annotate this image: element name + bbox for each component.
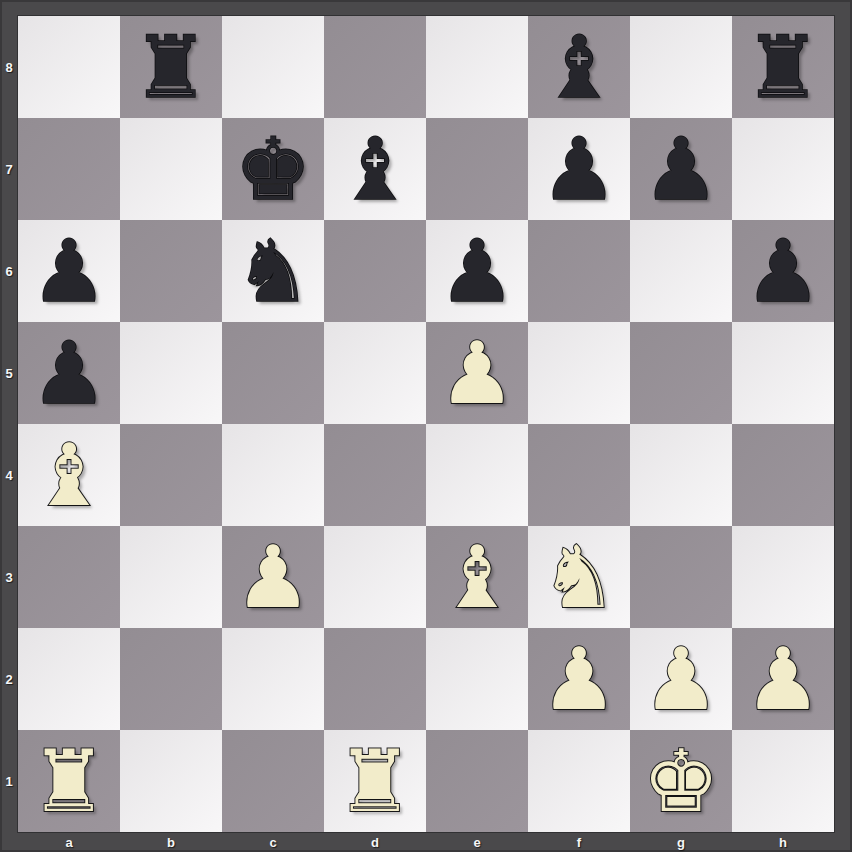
piece-black-rook[interactable]: ♜	[744, 16, 821, 118]
rank-label-3: 3	[0, 526, 18, 628]
file-label-g: g	[630, 832, 732, 852]
piece-white-pawn[interactable]: ♟	[540, 628, 617, 730]
piece-white-bishop[interactable]: ♝	[30, 424, 107, 526]
piece-black-bishop[interactable]: ♝	[540, 16, 617, 118]
square-f4[interactable]	[528, 424, 630, 526]
square-d7[interactable]: ♝	[324, 118, 426, 220]
square-g8[interactable]	[630, 16, 732, 118]
file-label-c: c	[222, 832, 324, 852]
square-c6[interactable]: ♞	[222, 220, 324, 322]
square-g3[interactable]	[630, 526, 732, 628]
rank-label-6: 6	[0, 220, 18, 322]
file-label-b: b	[120, 832, 222, 852]
piece-black-pawn[interactable]: ♟	[30, 322, 107, 424]
file-label-d: d	[324, 832, 426, 852]
rank-label-8: 8	[0, 16, 18, 118]
square-f5[interactable]	[528, 322, 630, 424]
square-a8[interactable]	[18, 16, 120, 118]
piece-black-pawn[interactable]: ♟	[30, 220, 107, 322]
square-a1[interactable]: ♜	[18, 730, 120, 832]
square-f3[interactable]: ♞	[528, 526, 630, 628]
square-e3[interactable]: ♝	[426, 526, 528, 628]
square-a3[interactable]	[18, 526, 120, 628]
square-g5[interactable]	[630, 322, 732, 424]
square-g6[interactable]	[630, 220, 732, 322]
square-b1[interactable]	[120, 730, 222, 832]
chessboard: ♜♝♜♚♝♟♟♟♞♟♟♟♟♝♟♝♞♟♟♟♜♜♚	[18, 16, 834, 832]
square-e7[interactable]	[426, 118, 528, 220]
square-f2[interactable]: ♟	[528, 628, 630, 730]
piece-white-pawn[interactable]: ♟	[438, 322, 515, 424]
piece-black-pawn[interactable]: ♟	[438, 220, 515, 322]
square-c1[interactable]	[222, 730, 324, 832]
piece-black-rook[interactable]: ♜	[132, 16, 209, 118]
square-e2[interactable]	[426, 628, 528, 730]
square-g2[interactable]: ♟	[630, 628, 732, 730]
square-d5[interactable]	[324, 322, 426, 424]
square-c3[interactable]: ♟	[222, 526, 324, 628]
rank-label-1: 1	[0, 730, 18, 832]
square-a7[interactable]	[18, 118, 120, 220]
file-label-e: e	[426, 832, 528, 852]
piece-white-pawn[interactable]: ♟	[642, 628, 719, 730]
square-b8[interactable]: ♜	[120, 16, 222, 118]
piece-white-king[interactable]: ♚	[642, 730, 719, 832]
square-d1[interactable]: ♜	[324, 730, 426, 832]
square-g4[interactable]	[630, 424, 732, 526]
piece-white-pawn[interactable]: ♟	[234, 526, 311, 628]
square-a4[interactable]: ♝	[18, 424, 120, 526]
square-e8[interactable]	[426, 16, 528, 118]
square-g1[interactable]: ♚	[630, 730, 732, 832]
square-e6[interactable]: ♟	[426, 220, 528, 322]
file-label-a: a	[18, 832, 120, 852]
square-f8[interactable]: ♝	[528, 16, 630, 118]
square-d6[interactable]	[324, 220, 426, 322]
square-f1[interactable]	[528, 730, 630, 832]
square-f6[interactable]	[528, 220, 630, 322]
square-b7[interactable]	[120, 118, 222, 220]
square-h2[interactable]: ♟	[732, 628, 834, 730]
square-c8[interactable]	[222, 16, 324, 118]
square-c2[interactable]	[222, 628, 324, 730]
rank-label-5: 5	[0, 322, 18, 424]
piece-black-pawn[interactable]: ♟	[642, 118, 719, 220]
square-d3[interactable]	[324, 526, 426, 628]
rank-label-4: 4	[0, 424, 18, 526]
square-h5[interactable]	[732, 322, 834, 424]
square-h3[interactable]	[732, 526, 834, 628]
chessboard-frame: ♜♝♜♚♝♟♟♟♞♟♟♟♟♝♟♝♞♟♟♟♜♜♚ 87654321abcdefgh	[0, 0, 852, 852]
square-e5[interactable]: ♟	[426, 322, 528, 424]
piece-black-pawn[interactable]: ♟	[744, 220, 821, 322]
square-a2[interactable]	[18, 628, 120, 730]
square-c4[interactable]	[222, 424, 324, 526]
square-f7[interactable]: ♟	[528, 118, 630, 220]
square-b4[interactable]	[120, 424, 222, 526]
file-label-f: f	[528, 832, 630, 852]
square-b6[interactable]	[120, 220, 222, 322]
square-d4[interactable]	[324, 424, 426, 526]
square-e1[interactable]	[426, 730, 528, 832]
square-c5[interactable]	[222, 322, 324, 424]
piece-black-bishop[interactable]: ♝	[336, 118, 413, 220]
piece-white-pawn[interactable]: ♟	[744, 628, 821, 730]
piece-white-bishop[interactable]: ♝	[438, 526, 515, 628]
square-h4[interactable]	[732, 424, 834, 526]
square-e4[interactable]	[426, 424, 528, 526]
square-c7[interactable]: ♚	[222, 118, 324, 220]
square-d2[interactable]	[324, 628, 426, 730]
piece-white-rook[interactable]: ♜	[336, 730, 413, 832]
square-h1[interactable]	[732, 730, 834, 832]
piece-black-king[interactable]: ♚	[234, 118, 311, 220]
square-d8[interactable]	[324, 16, 426, 118]
piece-white-rook[interactable]: ♜	[30, 730, 107, 832]
piece-black-knight[interactable]: ♞	[234, 220, 311, 322]
square-h7[interactable]	[732, 118, 834, 220]
piece-white-knight[interactable]: ♞	[540, 526, 617, 628]
square-a6[interactable]: ♟	[18, 220, 120, 322]
square-b5[interactable]	[120, 322, 222, 424]
square-b2[interactable]	[120, 628, 222, 730]
rank-label-2: 2	[0, 628, 18, 730]
square-a5[interactable]: ♟	[18, 322, 120, 424]
square-h6[interactable]: ♟	[732, 220, 834, 322]
square-b3[interactable]	[120, 526, 222, 628]
rank-label-7: 7	[0, 118, 18, 220]
piece-black-pawn[interactable]: ♟	[540, 118, 617, 220]
file-label-h: h	[732, 832, 834, 852]
square-h8[interactable]: ♜	[732, 16, 834, 118]
square-g7[interactable]: ♟	[630, 118, 732, 220]
